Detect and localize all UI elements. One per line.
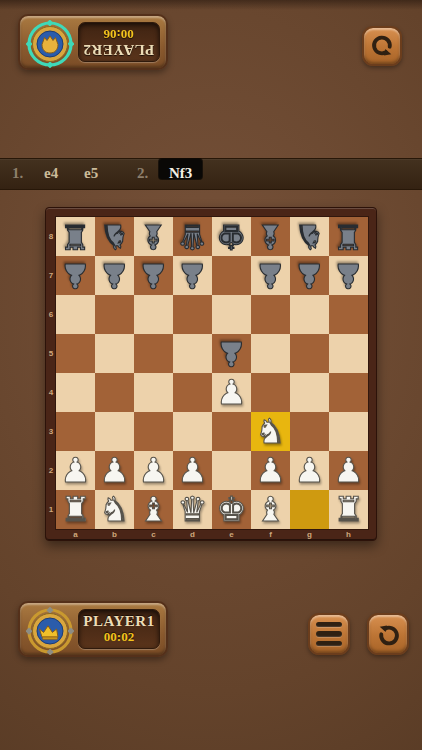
square-f5[interactable] <box>251 334 290 373</box>
rank-label-8: 8 <box>46 232 56 241</box>
square-a3[interactable] <box>56 412 95 451</box>
rank-label-1: 1 <box>46 505 56 514</box>
square-a2[interactable]: ♟ <box>56 451 95 490</box>
move-list: 1. e4 e5 2. Nf3 <box>0 158 422 190</box>
board-squares: ♜♞♝♛♚♝♞♜♟♟♟♟♟♟♟♟♟♞♟♟♟♟♟♟♟♜♞♝♛♚♝♜ <box>56 217 368 529</box>
white-knight-b1[interactable]: ♞ <box>99 490 129 529</box>
white-pawn-g2[interactable]: ♟ <box>294 451 324 490</box>
square-b8[interactable]: ♞ <box>95 217 134 256</box>
square-g7[interactable]: ♟ <box>290 256 329 295</box>
square-h1[interactable]: ♜ <box>329 490 368 529</box>
square-d1[interactable]: ♛ <box>173 490 212 529</box>
black-pawn-b7[interactable]: ♟ <box>99 256 129 295</box>
player2-name: PLAYER2 <box>83 41 154 58</box>
white-rook-h1[interactable]: ♜ <box>333 490 363 529</box>
square-e3[interactable] <box>212 412 251 451</box>
rank-label-2: 2 <box>46 466 56 475</box>
square-c8[interactable]: ♝ <box>134 217 173 256</box>
black-pawn-g7[interactable]: ♟ <box>294 256 324 295</box>
player1-nameplate: PLAYER1 00:02 <box>78 609 160 649</box>
player2-clock: 00:06 <box>104 26 134 41</box>
black-pawn-c7[interactable]: ♟ <box>138 256 168 295</box>
square-d2[interactable]: ♟ <box>173 451 212 490</box>
file-label-a: a <box>56 530 95 539</box>
square-f1[interactable]: ♝ <box>251 490 290 529</box>
rotate-board-icon <box>369 33 396 60</box>
square-c3[interactable] <box>134 412 173 451</box>
square-c2[interactable]: ♟ <box>134 451 173 490</box>
square-f7[interactable]: ♟ <box>251 256 290 295</box>
square-e4[interactable]: ♟ <box>212 373 251 412</box>
square-c1[interactable]: ♝ <box>134 490 173 529</box>
black-knight-b8[interactable]: ♞ <box>99 217 129 256</box>
square-e6[interactable] <box>212 295 251 334</box>
square-h8[interactable]: ♜ <box>329 217 368 256</box>
white-knight-f3[interactable]: ♞ <box>255 412 285 451</box>
square-a1[interactable]: ♜ <box>56 490 95 529</box>
black-rook-a8[interactable]: ♜ <box>60 217 90 256</box>
file-label-c: c <box>134 530 173 539</box>
square-g2[interactable]: ♟ <box>290 451 329 490</box>
undo-icon <box>375 621 402 648</box>
white-pawn-a2[interactable]: ♟ <box>60 451 90 490</box>
file-label-g: g <box>290 530 329 539</box>
file-label-b: b <box>95 530 134 539</box>
player1-clock: 00:02 <box>104 630 134 645</box>
square-a7[interactable]: ♟ <box>56 256 95 295</box>
square-b1[interactable]: ♞ <box>95 490 134 529</box>
square-d3[interactable] <box>173 412 212 451</box>
black-bishop-c8[interactable]: ♝ <box>138 217 168 256</box>
square-f4[interactable] <box>251 373 290 412</box>
file-label-e: e <box>212 530 251 539</box>
square-g4[interactable] <box>290 373 329 412</box>
black-pawn-a7[interactable]: ♟ <box>60 256 90 295</box>
chess-board: ♜♞♝♛♚♝♞♜♟♟♟♟♟♟♟♟♟♞♟♟♟♟♟♟♟♜♞♝♛♚♝♜ 8765432… <box>45 207 377 541</box>
player2-avatar <box>26 20 74 68</box>
square-c5[interactable] <box>134 334 173 373</box>
file-label-h: h <box>329 530 368 539</box>
white-bishop-c1[interactable]: ♝ <box>138 490 168 529</box>
white-bishop-f1[interactable]: ♝ <box>255 490 285 529</box>
square-b3[interactable] <box>95 412 134 451</box>
square-a6[interactable] <box>56 295 95 334</box>
square-b2[interactable]: ♟ <box>95 451 134 490</box>
black-pawn-d7[interactable]: ♟ <box>177 256 207 295</box>
square-h4[interactable] <box>329 373 368 412</box>
square-f8[interactable]: ♝ <box>251 217 290 256</box>
black-pawn-h7[interactable]: ♟ <box>333 256 363 295</box>
square-h5[interactable] <box>329 334 368 373</box>
square-h2[interactable]: ♟ <box>329 451 368 490</box>
current-move-chip: Nf3 <box>159 159 202 179</box>
chess-app-screen: PLAYER2 00:06 1. e4 e5 2. Nf3 ♜♞♝♛♚♝♞♜♟♟… <box>0 0 422 750</box>
white-pawn-e4[interactable]: ♟ <box>216 373 246 412</box>
undo-button[interactable] <box>367 613 409 655</box>
black-king-e8[interactable]: ♚ <box>216 217 246 256</box>
black-pawn-f7[interactable]: ♟ <box>255 256 285 295</box>
square-e8[interactable]: ♚ <box>212 217 251 256</box>
square-b4[interactable] <box>95 373 134 412</box>
square-c7[interactable]: ♟ <box>134 256 173 295</box>
menu-icon <box>316 622 342 647</box>
player2-nameplate: PLAYER2 00:06 <box>78 22 160 62</box>
square-d4[interactable] <box>173 373 212 412</box>
square-a4[interactable] <box>56 373 95 412</box>
square-d8[interactable]: ♛ <box>173 217 212 256</box>
square-d6[interactable] <box>173 295 212 334</box>
square-h6[interactable] <box>329 295 368 334</box>
square-e1[interactable]: ♚ <box>212 490 251 529</box>
player1-name: PLAYER1 <box>83 613 154 630</box>
white-pawn-c2[interactable]: ♟ <box>138 451 168 490</box>
white-pawn-f2[interactable]: ♟ <box>255 451 285 490</box>
player1-panel: PLAYER1 00:02 <box>18 601 168 657</box>
move2-number: 2. <box>137 159 148 188</box>
rank-label-4: 4 <box>46 388 56 397</box>
file-label-f: f <box>251 530 290 539</box>
square-g3[interactable] <box>290 412 329 451</box>
black-pawn-e5[interactable]: ♟ <box>216 334 246 373</box>
player1-avatar <box>26 607 74 655</box>
rank-label-6: 6 <box>46 310 56 319</box>
file-label-d: d <box>173 530 212 539</box>
black-queen-d8[interactable]: ♛ <box>177 217 207 256</box>
square-g6[interactable] <box>290 295 329 334</box>
white-rook-a1[interactable]: ♜ <box>60 490 90 529</box>
menu-button[interactable] <box>308 613 350 655</box>
white-pawn-d2[interactable]: ♟ <box>177 451 207 490</box>
rotate-board-button[interactable] <box>362 26 402 66</box>
move1-number: 1. <box>12 159 23 188</box>
square-f2[interactable]: ♟ <box>251 451 290 490</box>
square-c6[interactable] <box>134 295 173 334</box>
rank-label-3: 3 <box>46 427 56 436</box>
square-a5[interactable] <box>56 334 95 373</box>
black-bishop-f8[interactable]: ♝ <box>255 217 285 256</box>
white-pawn-h2[interactable]: ♟ <box>333 451 363 490</box>
black-knight-g8[interactable]: ♞ <box>294 217 324 256</box>
square-h7[interactable]: ♟ <box>329 256 368 295</box>
square-d5[interactable] <box>173 334 212 373</box>
square-g8[interactable]: ♞ <box>290 217 329 256</box>
square-a8[interactable]: ♜ <box>56 217 95 256</box>
square-b7[interactable]: ♟ <box>95 256 134 295</box>
white-queen-d1[interactable]: ♛ <box>177 490 207 529</box>
square-c4[interactable] <box>134 373 173 412</box>
square-g1[interactable] <box>290 490 329 529</box>
square-e5[interactable]: ♟ <box>212 334 251 373</box>
square-f6[interactable] <box>251 295 290 334</box>
white-king-e1[interactable]: ♚ <box>216 490 246 529</box>
rank-label-7: 7 <box>46 271 56 280</box>
square-e2[interactable] <box>212 451 251 490</box>
move1-black: e5 <box>84 159 98 188</box>
move1-white: e4 <box>44 159 58 188</box>
square-b5[interactable] <box>95 334 134 373</box>
rank-label-5: 5 <box>46 349 56 358</box>
square-h3[interactable] <box>329 412 368 451</box>
white-pawn-b2[interactable]: ♟ <box>99 451 129 490</box>
square-b6[interactable] <box>95 295 134 334</box>
square-e7[interactable] <box>212 256 251 295</box>
square-g5[interactable] <box>290 334 329 373</box>
black-rook-h8[interactable]: ♜ <box>333 217 363 256</box>
square-d7[interactable]: ♟ <box>173 256 212 295</box>
square-f3[interactable]: ♞ <box>251 412 290 451</box>
player2-panel: PLAYER2 00:06 <box>18 14 168 70</box>
